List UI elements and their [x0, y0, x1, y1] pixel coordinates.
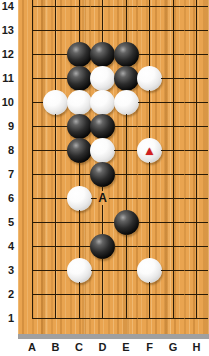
board-intersection[interactable] [114, 138, 138, 162]
board-intersection[interactable] [67, 0, 91, 18]
board-intersection[interactable] [67, 234, 91, 258]
board-intersection[interactable] [185, 138, 209, 162]
board-intersection[interactable] [161, 114, 185, 138]
board-intersection[interactable] [185, 18, 209, 42]
row-coordinate-label: 5 [0, 216, 14, 229]
column-coordinate-label: B [48, 341, 64, 354]
board-intersection[interactable] [91, 210, 115, 234]
board-intersection[interactable] [20, 114, 44, 138]
board-intersection[interactable]: ○ [91, 66, 115, 90]
board-intersection[interactable] [161, 258, 185, 282]
board-intersection[interactable] [20, 210, 44, 234]
board-intersection[interactable] [44, 42, 68, 66]
black-stone[interactable]: ● [90, 234, 115, 259]
board-intersection[interactable] [138, 0, 162, 18]
board-intersection[interactable] [138, 186, 162, 210]
board-intersection[interactable] [44, 234, 68, 258]
white-stone[interactable]: ○ [43, 90, 68, 115]
board-intersection[interactable] [161, 306, 185, 330]
board-intersection[interactable] [161, 138, 185, 162]
row-coordinate-label: 1 [0, 312, 14, 325]
board-intersection[interactable]: ● [114, 42, 138, 66]
board-intersection[interactable] [114, 258, 138, 282]
board-intersection[interactable] [44, 186, 68, 210]
column-coordinate-label: H [189, 341, 205, 354]
board-intersection[interactable]: ○ [91, 138, 115, 162]
board-intersection[interactable] [20, 258, 44, 282]
row-coordinate-label: 13 [0, 24, 14, 37]
board-intersection[interactable] [161, 234, 185, 258]
board-intersection[interactable] [114, 114, 138, 138]
board-intersection[interactable] [138, 282, 162, 306]
board-intersection[interactable] [161, 186, 185, 210]
white-stone[interactable]: ○ [67, 258, 92, 283]
board-intersection[interactable]: ● [91, 114, 115, 138]
board-intersection[interactable] [67, 306, 91, 330]
black-stone[interactable]: ● [114, 66, 139, 91]
board-intersection[interactable] [20, 306, 44, 330]
white-stone[interactable]: ○ [90, 66, 115, 91]
black-stone[interactable]: ● [114, 42, 139, 67]
board-intersection[interactable] [185, 210, 209, 234]
black-stone[interactable]: ● [114, 210, 139, 235]
board-intersection[interactable] [161, 282, 185, 306]
row-coordinate-label: 3 [0, 264, 14, 277]
board-intersection[interactable]: ● [67, 42, 91, 66]
board-intersection[interactable] [185, 162, 209, 186]
board-intersection[interactable] [138, 90, 162, 114]
board-intersection[interactable]: ○ [114, 90, 138, 114]
board-intersection[interactable] [161, 0, 185, 18]
board-intersection[interactable] [20, 138, 44, 162]
board-intersection[interactable] [91, 258, 115, 282]
white-stone[interactable]: ○ [114, 90, 139, 115]
board-intersection[interactable]: ● [91, 42, 115, 66]
board-intersection[interactable] [67, 210, 91, 234]
board-intersection[interactable] [44, 66, 68, 90]
board-intersection[interactable] [161, 66, 185, 90]
board-intersection[interactable] [67, 282, 91, 306]
board-intersection[interactable]: ○ [67, 258, 91, 282]
board-intersection[interactable] [161, 162, 185, 186]
board-intersection[interactable]: ○ [67, 186, 91, 210]
white-stone[interactable]: ○ [90, 90, 115, 115]
board-intersection[interactable] [185, 186, 209, 210]
board-intersection[interactable]: ● [67, 114, 91, 138]
board-intersection[interactable] [114, 306, 138, 330]
board-intersection[interactable] [114, 186, 138, 210]
row-coordinate-label: 6 [0, 192, 14, 205]
board-intersection[interactable] [67, 162, 91, 186]
column-coordinate-label: G [165, 341, 181, 354]
board-intersection[interactable]: ● [67, 66, 91, 90]
board-intersection[interactable] [185, 42, 209, 66]
board-intersection[interactable] [20, 18, 44, 42]
row-coordinate-label: 10 [0, 96, 14, 109]
board-intersection[interactable] [44, 18, 68, 42]
board-intersection[interactable]: ○ [138, 66, 162, 90]
board-intersection[interactable] [20, 162, 44, 186]
board-grid: ●●●●○●○○○○○●●●○○▲●○A●●○○ [20, 0, 208, 330]
row-coordinate-label: 7 [0, 168, 14, 181]
white-stone[interactable]: ○ [137, 66, 162, 91]
row-coordinate-label: 2 [0, 288, 14, 301]
board-intersection[interactable]: ○▲ [138, 138, 162, 162]
board-intersection[interactable] [185, 306, 209, 330]
board-intersection[interactable]: ○ [44, 90, 68, 114]
board-intersection[interactable] [138, 18, 162, 42]
board-intersection[interactable] [20, 66, 44, 90]
board-intersection[interactable] [44, 114, 68, 138]
go-board-viewer: ●●●●○●○○○○○●●●○○▲●○A●●○○ 141312111098765… [0, 0, 209, 356]
board-intersection[interactable] [20, 186, 44, 210]
column-coordinate-label: F [142, 341, 158, 354]
board-intersection[interactable] [44, 210, 68, 234]
board-intersection[interactable] [44, 258, 68, 282]
board-intersection[interactable] [44, 306, 68, 330]
board-intersection[interactable] [185, 90, 209, 114]
black-stone[interactable]: ● [67, 42, 92, 67]
board-intersection[interactable] [20, 0, 44, 18]
board-intersection[interactable]: ○ [91, 90, 115, 114]
board-intersection[interactable] [91, 306, 115, 330]
point-label: A [98, 192, 107, 204]
board-intersection[interactable] [91, 0, 115, 18]
board-intersection[interactable] [138, 210, 162, 234]
board-intersection[interactable] [114, 0, 138, 18]
board-intersection[interactable] [20, 90, 44, 114]
board-intersection[interactable]: ● [91, 162, 115, 186]
triangle-marker-icon: ▲ [137, 138, 162, 163]
board-intersection[interactable] [161, 210, 185, 234]
row-coordinate-label: 12 [0, 48, 14, 61]
board-intersection[interactable] [67, 18, 91, 42]
board-intersection[interactable] [114, 282, 138, 306]
column-coordinate-label: E [118, 341, 134, 354]
board-intersection[interactable]: ● [114, 66, 138, 90]
board-intersection[interactable]: ● [67, 138, 91, 162]
board-intersection[interactable] [91, 18, 115, 42]
white-stone[interactable]: ○▲ [137, 138, 162, 163]
board-intersection[interactable]: A [91, 186, 115, 210]
board-intersection[interactable]: ● [114, 210, 138, 234]
row-coordinate-label: 11 [0, 72, 14, 85]
board-intersection[interactable] [114, 234, 138, 258]
board-intersection[interactable] [138, 306, 162, 330]
white-stone[interactable]: ○ [90, 138, 115, 163]
board-edge-shadow [18, 334, 209, 339]
board-intersection[interactable] [20, 282, 44, 306]
board-intersection[interactable]: ○ [67, 90, 91, 114]
board-intersection[interactable] [138, 42, 162, 66]
column-coordinate-label: D [95, 341, 111, 354]
board-intersection[interactable] [161, 42, 185, 66]
column-coordinate-label: C [71, 341, 87, 354]
black-stone[interactable]: ● [90, 114, 115, 139]
board-intersection[interactable]: ○ [138, 258, 162, 282]
board-intersection[interactable] [185, 258, 209, 282]
board-intersection[interactable] [185, 282, 209, 306]
board-intersection[interactable] [138, 234, 162, 258]
board-intersection[interactable] [114, 18, 138, 42]
black-stone[interactable]: ● [67, 138, 92, 163]
board-intersection[interactable] [44, 0, 68, 18]
black-stone[interactable]: ● [90, 162, 115, 187]
white-stone[interactable]: ○ [67, 186, 92, 211]
board-intersection[interactable] [138, 162, 162, 186]
board-intersection[interactable] [44, 162, 68, 186]
board-intersection[interactable] [138, 114, 162, 138]
board-intersection[interactable] [114, 162, 138, 186]
row-coordinate-label: 8 [0, 144, 14, 157]
board-intersection[interactable] [91, 282, 115, 306]
black-stone[interactable]: ● [67, 114, 92, 139]
black-stone[interactable]: ● [90, 42, 115, 67]
board-intersection[interactable] [185, 0, 209, 18]
board-intersection[interactable] [185, 66, 209, 90]
board-intersection[interactable] [44, 138, 68, 162]
white-stone[interactable]: ○ [137, 258, 162, 283]
white-stone[interactable]: ○ [67, 90, 92, 115]
row-coordinate-label: 14 [0, 0, 14, 13]
column-coordinate-label: A [24, 341, 40, 354]
board-intersection[interactable] [161, 18, 185, 42]
board-intersection[interactable] [20, 42, 44, 66]
board-intersection[interactable] [161, 90, 185, 114]
board-intersection[interactable] [44, 282, 68, 306]
row-coordinate-label: 4 [0, 240, 14, 253]
board-intersection[interactable]: ● [91, 234, 115, 258]
board-intersection[interactable] [185, 114, 209, 138]
row-coordinate-label: 9 [0, 120, 14, 133]
board-intersection[interactable] [20, 234, 44, 258]
black-stone[interactable]: ● [67, 66, 92, 91]
board-intersection[interactable] [185, 234, 209, 258]
